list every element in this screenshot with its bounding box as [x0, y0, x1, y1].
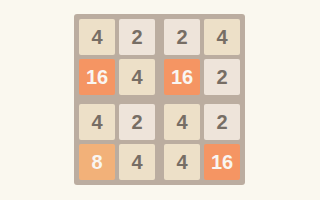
tile-r2c3: 16: [164, 59, 200, 95]
tile-r4c3: 4: [164, 144, 200, 180]
tile-r1c1: 4: [79, 19, 115, 55]
tile-r4c4: 16: [204, 144, 240, 180]
page-background: { "game": "2048", "position": "4,2,2,4 /…: [0, 0, 320, 200]
tile-r2c1: 16: [79, 59, 115, 95]
tile-r3c4: 2: [204, 104, 240, 140]
tile-r1c2: 2: [119, 19, 155, 55]
tile-r3c3: 4: [164, 104, 200, 140]
game-board[interactable]: 4 2 2 4 16 4 16 2 4 2 4 2 8 4 4 16: [74, 14, 245, 185]
tile-r2c2: 4: [119, 59, 155, 95]
tile-r1c3: 2: [164, 19, 200, 55]
tile-r4c1: 8: [79, 144, 115, 180]
tile-r3c2: 2: [119, 104, 155, 140]
tile-r2c4: 2: [204, 59, 240, 95]
tile-r3c1: 4: [79, 104, 115, 140]
tile-r4c2: 4: [119, 144, 155, 180]
tile-r1c4: 4: [204, 19, 240, 55]
